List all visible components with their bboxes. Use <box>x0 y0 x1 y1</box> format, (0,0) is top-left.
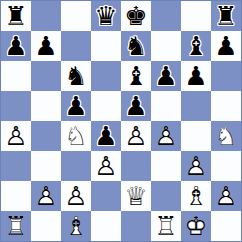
square-c4[interactable]: ♞♘ <box>61 121 91 151</box>
square-d2[interactable] <box>91 181 121 211</box>
square-h5[interactable] <box>211 91 241 121</box>
piece-black-pawn[interactable]: ♟ <box>151 61 181 91</box>
square-g7[interactable]: ♝ <box>181 31 211 61</box>
square-b5[interactable] <box>31 91 61 121</box>
square-d1[interactable] <box>91 211 121 241</box>
piece-glyph: ♛ <box>91 1 121 31</box>
square-b8[interactable] <box>31 1 61 31</box>
piece-glyph: ♟ <box>31 31 61 61</box>
piece-outline-layer: ♙ <box>181 151 211 181</box>
piece-outline-layer: ♗ <box>181 181 211 211</box>
piece-black-bishop[interactable]: ♝ <box>121 61 151 91</box>
piece-white-rook[interactable]: ♜♖ <box>1 211 31 241</box>
square-d6[interactable] <box>91 61 121 91</box>
piece-glyph: ♝ <box>121 61 151 91</box>
square-c1[interactable]: ♝♗ <box>61 211 91 241</box>
piece-white-queen[interactable]: ♛♕ <box>121 181 151 211</box>
piece-outline-layer: ♙ <box>151 121 181 151</box>
piece-black-pawn[interactable]: ♟ <box>61 91 91 121</box>
square-g1[interactable]: ♚♔ <box>181 211 211 241</box>
piece-glyph: ♟ <box>211 31 241 61</box>
piece-outline-layer: ♔ <box>181 211 211 241</box>
square-a2[interactable] <box>1 181 31 211</box>
piece-white-bishop[interactable]: ♝♗ <box>181 181 211 211</box>
square-b7[interactable]: ♟ <box>31 31 61 61</box>
piece-black-pawn[interactable]: ♟ <box>121 91 151 121</box>
square-c6[interactable]: ♞ <box>61 61 91 91</box>
piece-black-queen[interactable]: ♛ <box>91 1 121 31</box>
piece-outline-layer: ♖ <box>151 211 181 241</box>
square-h3[interactable] <box>211 151 241 181</box>
square-h2[interactable]: ♟♙ <box>211 181 241 211</box>
piece-black-king[interactable]: ♚ <box>121 1 151 31</box>
square-e1[interactable] <box>121 211 151 241</box>
piece-glyph: ♟ <box>121 91 151 121</box>
piece-outline-layer: ♙ <box>31 181 61 211</box>
square-c7[interactable] <box>61 31 91 61</box>
square-b6[interactable] <box>31 61 61 91</box>
square-e8[interactable]: ♚ <box>121 1 151 31</box>
square-b4[interactable] <box>31 121 61 151</box>
square-g8[interactable] <box>181 1 211 31</box>
piece-white-pawn[interactable]: ♟♙ <box>91 151 121 181</box>
square-e4[interactable]: ♟♙ <box>121 121 151 151</box>
chess-board: ♜♛♚♜♟♟♞♝♟♞♝♟♟♟♟♟♙♞♘♟♟♙♟♙♞♘♟♙♟♙♟♙♟♙♛♕♝♗♟♙… <box>0 0 242 242</box>
square-g6[interactable]: ♟ <box>181 61 211 91</box>
square-c5[interactable]: ♟ <box>61 91 91 121</box>
square-e7[interactable]: ♞ <box>121 31 151 61</box>
piece-black-pawn[interactable]: ♟ <box>31 31 61 61</box>
piece-outline-layer: ♗ <box>61 211 91 241</box>
piece-white-rook[interactable]: ♜♖ <box>151 211 181 241</box>
square-c3[interactable] <box>61 151 91 181</box>
square-e2[interactable]: ♛♕ <box>121 181 151 211</box>
square-h1[interactable] <box>211 211 241 241</box>
piece-glyph: ♟ <box>1 31 31 61</box>
piece-white-pawn[interactable]: ♟♙ <box>1 121 31 151</box>
square-d8[interactable]: ♛ <box>91 1 121 31</box>
square-h7[interactable]: ♟ <box>211 31 241 61</box>
piece-outline-layer: ♘ <box>61 121 91 151</box>
piece-outline-layer: ♙ <box>1 121 31 151</box>
square-a6[interactable] <box>1 61 31 91</box>
piece-white-pawn[interactable]: ♟♙ <box>151 121 181 151</box>
piece-outline-layer: ♙ <box>91 151 121 181</box>
square-a4[interactable]: ♟♙ <box>1 121 31 151</box>
square-f7[interactable] <box>151 31 181 61</box>
piece-glyph: ♝ <box>181 31 211 61</box>
square-g3[interactable]: ♟♙ <box>181 151 211 181</box>
square-e5[interactable]: ♟ <box>121 91 151 121</box>
piece-white-king[interactable]: ♚♔ <box>181 211 211 241</box>
square-g2[interactable]: ♝♗ <box>181 181 211 211</box>
square-h4[interactable]: ♞♘ <box>211 121 241 151</box>
piece-white-knight[interactable]: ♞♘ <box>61 121 91 151</box>
square-g4[interactable] <box>181 121 211 151</box>
piece-glyph: ♞ <box>121 31 151 61</box>
piece-white-pawn[interactable]: ♟♙ <box>61 181 91 211</box>
piece-outline-layer: ♙ <box>211 181 241 211</box>
piece-black-knight[interactable]: ♞ <box>121 31 151 61</box>
piece-glyph: ♟ <box>151 61 181 91</box>
square-e6[interactable]: ♝ <box>121 61 151 91</box>
square-c8[interactable] <box>61 1 91 31</box>
square-a7[interactable]: ♟ <box>1 31 31 61</box>
piece-black-pawn[interactable]: ♟ <box>211 31 241 61</box>
square-b1[interactable] <box>31 211 61 241</box>
square-f3[interactable] <box>151 151 181 181</box>
square-a8[interactable]: ♜ <box>1 1 31 31</box>
piece-black-knight[interactable]: ♞ <box>61 61 91 91</box>
square-a1[interactable]: ♜♖ <box>1 211 31 241</box>
piece-white-pawn[interactable]: ♟♙ <box>121 121 151 151</box>
square-f5[interactable] <box>151 91 181 121</box>
piece-outline-layer: ♘ <box>211 121 241 151</box>
piece-glyph: ♟ <box>181 61 211 91</box>
square-f8[interactable] <box>151 1 181 31</box>
piece-black-pawn[interactable]: ♟ <box>1 31 31 61</box>
piece-black-bishop[interactable]: ♝ <box>181 31 211 61</box>
piece-glyph: ♚ <box>121 1 151 31</box>
piece-white-knight[interactable]: ♞♘ <box>211 121 241 151</box>
square-h6[interactable] <box>211 61 241 91</box>
square-h8[interactable]: ♜ <box>211 1 241 31</box>
square-b2[interactable]: ♟♙ <box>31 181 61 211</box>
piece-white-pawn[interactable]: ♟♙ <box>31 181 61 211</box>
piece-black-rook[interactable]: ♜ <box>1 1 31 31</box>
piece-white-pawn[interactable]: ♟♙ <box>181 151 211 181</box>
piece-outline-layer: ♙ <box>61 181 91 211</box>
square-d5[interactable] <box>91 91 121 121</box>
piece-black-pawn[interactable]: ♟ <box>91 121 121 151</box>
piece-white-pawn[interactable]: ♟♙ <box>211 181 241 211</box>
piece-outline-layer: ♙ <box>121 121 151 151</box>
square-a3[interactable] <box>1 151 31 181</box>
square-e3[interactable] <box>121 151 151 181</box>
square-d3[interactable]: ♟♙ <box>91 151 121 181</box>
piece-glyph: ♟ <box>61 91 91 121</box>
square-c2[interactable]: ♟♙ <box>61 181 91 211</box>
square-b3[interactable] <box>31 151 61 181</box>
square-f6[interactable]: ♟ <box>151 61 181 91</box>
square-d4[interactable]: ♟ <box>91 121 121 151</box>
square-f2[interactable] <box>151 181 181 211</box>
chess-board-window: ♜♛♚♜♟♟♞♝♟♞♝♟♟♟♟♟♙♞♘♟♟♙♟♙♞♘♟♙♟♙♟♙♟♙♛♕♝♗♟♙… <box>0 0 242 242</box>
piece-black-rook[interactable]: ♜ <box>211 1 241 31</box>
piece-outline-layer: ♖ <box>1 211 31 241</box>
square-f4[interactable]: ♟♙ <box>151 121 181 151</box>
piece-glyph: ♟ <box>91 121 121 151</box>
piece-black-pawn[interactable]: ♟ <box>181 61 211 91</box>
piece-glyph: ♞ <box>61 61 91 91</box>
piece-glyph: ♜ <box>211 1 241 31</box>
square-f1[interactable]: ♜♖ <box>151 211 181 241</box>
square-a5[interactable] <box>1 91 31 121</box>
square-g5[interactable] <box>181 91 211 121</box>
piece-glyph: ♜ <box>1 1 31 31</box>
piece-outline-layer: ♕ <box>121 181 151 211</box>
square-d7[interactable] <box>91 31 121 61</box>
piece-white-bishop[interactable]: ♝♗ <box>61 211 91 241</box>
